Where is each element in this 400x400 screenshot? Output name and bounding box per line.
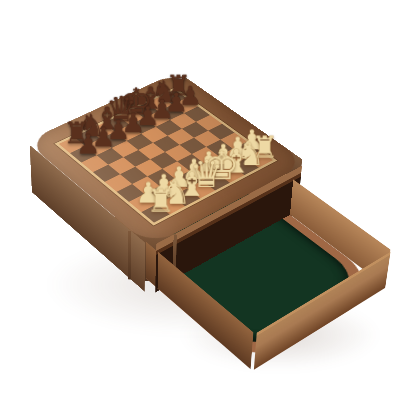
chess-set-photo: ♜♞♝♛♚♝♞♜♟♟♟♟♟♟♟♟♟♟♟♟♟♟♟♟♜♞♝♛♚♝♞♜ [0,0,400,400]
chess-box-3d: ♜♞♝♛♚♝♞♜♟♟♟♟♟♟♟♟♟♟♟♟♟♟♟♟♜♞♝♛♚♝♞♜ [26,72,308,247]
perspective-wrapper: ♜♞♝♛♚♝♞♜♟♟♟♟♟♟♟♟♟♟♟♟♟♟♟♟♜♞♝♛♚♝♞♜ [0,0,400,400]
piece-black-pawn-a7: ♟ [72,130,102,157]
piece-white-rook-a1: ♜ [144,185,176,217]
